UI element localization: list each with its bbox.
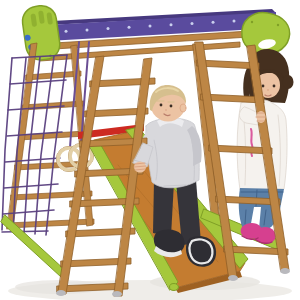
bolt-dot — [233, 20, 236, 23]
ladder-foot — [112, 291, 122, 297]
bolt-dot — [128, 26, 131, 29]
boy-eye-left — [160, 104, 163, 107]
girl-hand — [256, 111, 266, 123]
boy-ear — [180, 104, 186, 112]
bolt-dot — [65, 30, 68, 33]
bolt-dot — [212, 21, 215, 24]
product-photo — [0, 0, 300, 300]
girl-eye-right — [273, 85, 276, 88]
ladder-foot — [56, 290, 66, 296]
bolt-dot — [149, 25, 152, 28]
girl-hair-puff — [283, 75, 294, 89]
bolt-dot — [170, 23, 173, 26]
play-gym-scene — [0, 0, 300, 300]
bolt-dot — [191, 22, 194, 25]
ladder-foot — [280, 268, 290, 274]
girl-nose — [267, 89, 269, 91]
ladder-foot — [228, 275, 238, 281]
slide-rail-cap — [170, 284, 179, 291]
boy-eye-right — [170, 105, 173, 108]
boy-nose — [165, 109, 167, 111]
boy-leg-left — [153, 180, 174, 236]
bracket-screw — [251, 21, 253, 23]
bolt-dot — [107, 27, 110, 30]
girl-eye-left — [262, 85, 265, 88]
bolt-dot — [86, 28, 89, 31]
bracket-screw — [277, 24, 279, 26]
